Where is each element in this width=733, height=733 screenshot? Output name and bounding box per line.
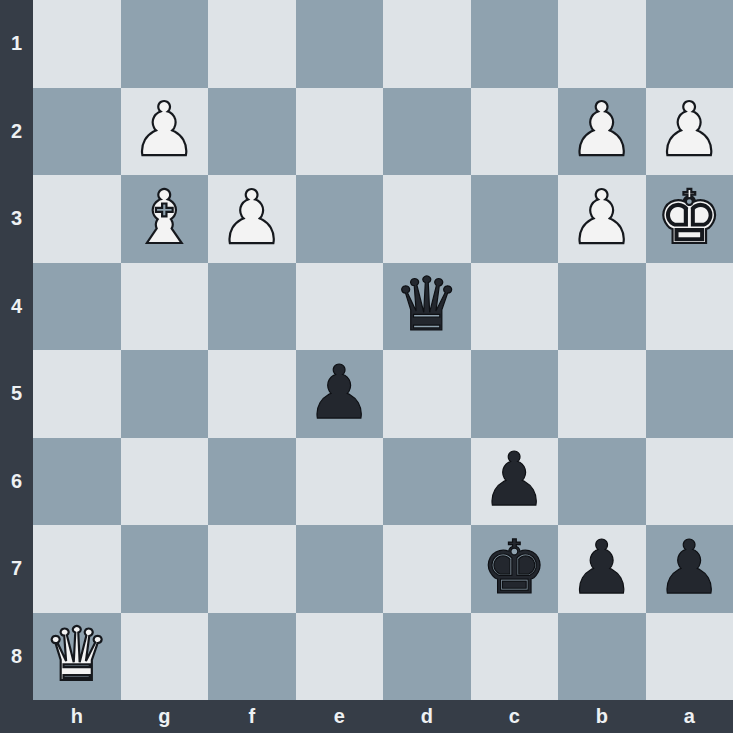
rank-label-5: 5 — [0, 350, 33, 438]
square-e2[interactable] — [296, 88, 384, 176]
square-e7[interactable] — [296, 525, 384, 613]
square-f6[interactable] — [208, 438, 296, 526]
file-label-f: f — [208, 700, 296, 733]
rank-label-7: 7 — [0, 525, 33, 613]
square-d2[interactable] — [383, 88, 471, 176]
square-d5[interactable] — [383, 350, 471, 438]
square-f4[interactable] — [208, 263, 296, 351]
square-g1[interactable] — [121, 0, 209, 88]
square-a4[interactable] — [646, 263, 733, 351]
white-pawn-b3[interactable]: ♟ — [569, 180, 635, 254]
square-b5[interactable] — [558, 350, 646, 438]
square-e3[interactable] — [296, 175, 384, 263]
file-label-d: d — [383, 700, 471, 733]
square-h7[interactable] — [33, 525, 121, 613]
file-label-b: b — [558, 700, 646, 733]
square-e4[interactable] — [296, 263, 384, 351]
square-h1[interactable] — [33, 0, 121, 88]
square-a2[interactable]: ♟ — [646, 88, 733, 176]
square-a1[interactable] — [646, 0, 733, 88]
square-g8[interactable] — [121, 613, 209, 701]
square-g4[interactable] — [121, 263, 209, 351]
white-king-a3[interactable]: ♚ — [656, 180, 722, 254]
square-d7[interactable] — [383, 525, 471, 613]
square-a8[interactable] — [646, 613, 733, 701]
square-c1[interactable] — [471, 0, 559, 88]
square-e1[interactable] — [296, 0, 384, 88]
rank-label-2: 2 — [0, 88, 33, 176]
file-labels: hgfedcba — [33, 700, 733, 733]
white-pawn-a2[interactable]: ♟ — [656, 92, 722, 166]
square-b7[interactable]: ♟ — [558, 525, 646, 613]
square-e6[interactable] — [296, 438, 384, 526]
square-e8[interactable] — [296, 613, 384, 701]
square-f8[interactable] — [208, 613, 296, 701]
square-f1[interactable] — [208, 0, 296, 88]
rank-label-4: 4 — [0, 263, 33, 351]
square-g3[interactable]: ♝ — [121, 175, 209, 263]
square-d8[interactable] — [383, 613, 471, 701]
square-g7[interactable] — [121, 525, 209, 613]
square-c4[interactable] — [471, 263, 559, 351]
rank-labels: 12345678 — [0, 0, 33, 700]
square-a3[interactable]: ♚ — [646, 175, 733, 263]
rank-label-3: 3 — [0, 175, 33, 263]
file-label-c: c — [471, 700, 559, 733]
file-label-h: h — [33, 700, 121, 733]
square-b4[interactable] — [558, 263, 646, 351]
file-label-e: e — [296, 700, 384, 733]
square-f3[interactable]: ♟ — [208, 175, 296, 263]
square-d1[interactable] — [383, 0, 471, 88]
black-king-c7[interactable]: ♚ — [481, 530, 547, 604]
square-b1[interactable] — [558, 0, 646, 88]
black-queen-d4[interactable]: ♛ — [394, 267, 460, 341]
square-f7[interactable] — [208, 525, 296, 613]
white-bishop-g3[interactable]: ♝ — [131, 180, 197, 254]
file-label-a: a — [646, 700, 733, 733]
black-pawn-b7[interactable]: ♟ — [569, 530, 635, 604]
square-c5[interactable] — [471, 350, 559, 438]
square-b8[interactable] — [558, 613, 646, 701]
square-d6[interactable] — [383, 438, 471, 526]
square-b2[interactable]: ♟ — [558, 88, 646, 176]
white-pawn-f3[interactable]: ♟ — [219, 180, 285, 254]
square-a7[interactable]: ♟ — [646, 525, 733, 613]
white-queen-h8[interactable]: ♛ — [44, 617, 110, 691]
square-h2[interactable] — [33, 88, 121, 176]
square-h5[interactable] — [33, 350, 121, 438]
square-h6[interactable] — [33, 438, 121, 526]
square-c8[interactable] — [471, 613, 559, 701]
square-e5[interactable]: ♟ — [296, 350, 384, 438]
square-g6[interactable] — [121, 438, 209, 526]
square-g5[interactable] — [121, 350, 209, 438]
square-g2[interactable]: ♟ — [121, 88, 209, 176]
square-h4[interactable] — [33, 263, 121, 351]
square-c2[interactable] — [471, 88, 559, 176]
black-pawn-c6[interactable]: ♟ — [481, 442, 547, 516]
square-c6[interactable]: ♟ — [471, 438, 559, 526]
rank-label-8: 8 — [0, 613, 33, 701]
square-c3[interactable] — [471, 175, 559, 263]
black-pawn-e5[interactable]: ♟ — [306, 355, 372, 429]
square-c7[interactable]: ♚ — [471, 525, 559, 613]
square-a5[interactable] — [646, 350, 733, 438]
square-b3[interactable]: ♟ — [558, 175, 646, 263]
white-pawn-b2[interactable]: ♟ — [569, 92, 635, 166]
square-h8[interactable]: ♛ — [33, 613, 121, 701]
square-d4[interactable]: ♛ — [383, 263, 471, 351]
rank-label-1: 1 — [0, 0, 33, 88]
square-d3[interactable] — [383, 175, 471, 263]
square-a6[interactable] — [646, 438, 733, 526]
square-f2[interactable] — [208, 88, 296, 176]
rank-label-6: 6 — [0, 438, 33, 526]
chess-board-frame: 12345678 ♟♟♟♝♟♟♚♛♟♟♚♟♟♛ hgfedcba — [0, 0, 733, 733]
white-pawn-g2[interactable]: ♟ — [131, 92, 197, 166]
square-h3[interactable] — [33, 175, 121, 263]
chess-board: ♟♟♟♝♟♟♚♛♟♟♚♟♟♛ — [33, 0, 733, 700]
file-label-g: g — [121, 700, 209, 733]
square-f5[interactable] — [208, 350, 296, 438]
square-b6[interactable] — [558, 438, 646, 526]
black-pawn-a7[interactable]: ♟ — [656, 530, 722, 604]
